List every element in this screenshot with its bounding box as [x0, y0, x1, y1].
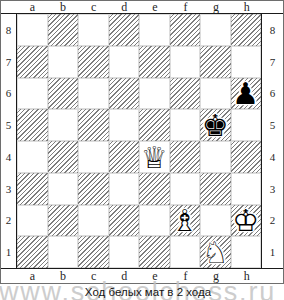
rank-label-4-right: 4 — [262, 141, 283, 173]
square-h2[interactable]: ♚♔ — [231, 205, 262, 237]
square-e1[interactable] — [139, 236, 170, 268]
rank-label-2-left: 2 — [1, 205, 16, 237]
square-c6[interactable] — [78, 78, 109, 110]
caption-row: Ход белых мат в 2 хода — [0, 284, 284, 300]
square-d5[interactable] — [109, 109, 140, 141]
file-label-h-top: h — [231, 1, 262, 14]
file-label-h-bottom: h — [231, 270, 262, 283]
square-e2[interactable] — [139, 205, 170, 237]
square-a6[interactable] — [17, 78, 48, 110]
file-label-e-bottom: e — [140, 270, 171, 283]
black-king[interactable]: ♚♚ — [200, 109, 231, 141]
rank-label-7-left: 7 — [1, 46, 16, 78]
square-e6[interactable] — [139, 78, 170, 110]
square-a4[interactable] — [17, 141, 48, 173]
file-label-b-top: b — [48, 1, 79, 14]
square-b1[interactable] — [48, 236, 79, 268]
caption: Ход белых мат в 2 хода — [85, 285, 211, 300]
square-h3[interactable] — [231, 173, 262, 205]
square-g2[interactable] — [200, 205, 231, 237]
square-e8[interactable] — [139, 14, 170, 46]
square-g6[interactable] — [200, 78, 231, 110]
square-c5[interactable] — [78, 109, 109, 141]
square-b8[interactable] — [48, 14, 79, 46]
file-labels-bottom: abcdefgh — [1, 268, 283, 283]
square-a5[interactable] — [17, 109, 48, 141]
square-g1[interactable]: ♞♘ — [200, 236, 231, 268]
square-e4[interactable]: ♛♕ — [139, 141, 170, 173]
square-c7[interactable] — [78, 46, 109, 78]
square-e7[interactable] — [139, 46, 170, 78]
rank-label-3-right: 3 — [262, 173, 283, 205]
square-h8[interactable] — [231, 14, 262, 46]
square-b5[interactable] — [48, 109, 79, 141]
chess-diagram-page: abcdefgh 87654321 ♟♟♚♚♛♕♝♗♚♔♞♘ 87654321 … — [0, 0, 284, 300]
rank-label-5-right: 5 — [262, 109, 283, 141]
square-c2[interactable] — [78, 205, 109, 237]
square-h7[interactable] — [231, 46, 262, 78]
rank-label-2-right: 2 — [262, 205, 283, 237]
square-h4[interactable] — [231, 141, 262, 173]
file-label-a-bottom: a — [17, 270, 48, 283]
square-c1[interactable] — [78, 236, 109, 268]
black-king-glyph: ♚ — [200, 111, 231, 141]
white-king-glyph: ♔ — [231, 206, 262, 236]
rank-labels-left: 87654321 — [1, 14, 16, 268]
square-a7[interactable] — [17, 46, 48, 78]
white-queen[interactable]: ♛♕ — [139, 141, 170, 173]
square-h5[interactable] — [231, 109, 262, 141]
rank-label-8-right: 8 — [262, 14, 283, 46]
square-b3[interactable] — [48, 173, 79, 205]
square-d2[interactable] — [109, 205, 140, 237]
square-e3[interactable] — [139, 173, 170, 205]
square-b6[interactable] — [48, 78, 79, 110]
square-a1[interactable] — [17, 236, 48, 268]
rank-label-1-left: 1 — [1, 236, 16, 268]
file-label-a-top: a — [17, 1, 48, 14]
square-g8[interactable] — [200, 14, 231, 46]
square-c3[interactable] — [78, 173, 109, 205]
square-d7[interactable] — [109, 46, 140, 78]
file-label-e-top: e — [140, 1, 171, 14]
square-d6[interactable] — [109, 78, 140, 110]
square-f4[interactable] — [170, 141, 201, 173]
square-a3[interactable] — [17, 173, 48, 205]
file-label-c-top: c — [78, 1, 109, 14]
file-label-g-top: g — [201, 1, 232, 14]
square-h1[interactable] — [231, 236, 262, 268]
square-g5[interactable]: ♚♚ — [200, 109, 231, 141]
file-label-c-bottom: c — [78, 270, 109, 283]
square-d3[interactable] — [109, 173, 140, 205]
rank-label-1-right: 1 — [262, 236, 283, 268]
square-f6[interactable] — [170, 78, 201, 110]
file-label-d-top: d — [109, 1, 140, 14]
file-label-g-bottom: g — [201, 270, 232, 283]
square-g4[interactable] — [200, 141, 231, 173]
square-f7[interactable] — [170, 46, 201, 78]
white-bishop[interactable]: ♝♗ — [170, 205, 201, 237]
square-g7[interactable] — [200, 46, 231, 78]
rank-label-6-right: 6 — [262, 78, 283, 110]
white-knight-glyph: ♘ — [200, 238, 231, 268]
square-e5[interactable] — [139, 109, 170, 141]
square-h6[interactable]: ♟♟ — [231, 78, 262, 110]
square-b2[interactable] — [48, 205, 79, 237]
square-b4[interactable] — [48, 141, 79, 173]
square-f8[interactable] — [170, 14, 201, 46]
square-g3[interactable] — [200, 173, 231, 205]
rank-label-5-left: 5 — [1, 109, 16, 141]
square-c4[interactable] — [78, 141, 109, 173]
square-f3[interactable] — [170, 173, 201, 205]
rank-label-8-left: 8 — [1, 14, 16, 46]
rank-label-7-right: 7 — [262, 46, 283, 78]
square-a8[interactable] — [17, 14, 48, 46]
square-f2[interactable]: ♝♗ — [170, 205, 201, 237]
board: ♟♟♚♚♛♕♝♗♚♔♞♘ — [16, 14, 262, 268]
file-label-d-bottom: d — [109, 270, 140, 283]
file-label-f-bottom: f — [170, 270, 201, 283]
rank-label-4-left: 4 — [1, 141, 16, 173]
white-bishop-glyph: ♗ — [170, 206, 201, 236]
white-knight[interactable]: ♞♘ — [200, 236, 231, 268]
file-labels-top: abcdefgh — [1, 1, 283, 14]
file-label-f-top: f — [170, 1, 201, 14]
chess-diagram: abcdefgh 87654321 ♟♟♚♚♛♕♝♗♚♔♞♘ 87654321 … — [0, 0, 284, 284]
square-f1[interactable] — [170, 236, 201, 268]
white-king[interactable]: ♚♔ — [231, 205, 262, 237]
square-b7[interactable] — [48, 46, 79, 78]
white-queen-glyph: ♕ — [139, 143, 170, 173]
square-a2[interactable] — [17, 205, 48, 237]
square-d1[interactable] — [109, 236, 140, 268]
square-f5[interactable] — [170, 109, 201, 141]
black-pawn[interactable]: ♟♟ — [231, 78, 262, 110]
rank-label-6-left: 6 — [1, 78, 16, 110]
black-pawn-glyph: ♟ — [231, 79, 262, 109]
square-c8[interactable] — [78, 14, 109, 46]
file-label-b-bottom: b — [48, 270, 79, 283]
rank-labels-right: 87654321 — [262, 14, 283, 268]
rank-label-3-left: 3 — [1, 173, 16, 205]
square-d4[interactable] — [109, 141, 140, 173]
square-d8[interactable] — [109, 14, 140, 46]
